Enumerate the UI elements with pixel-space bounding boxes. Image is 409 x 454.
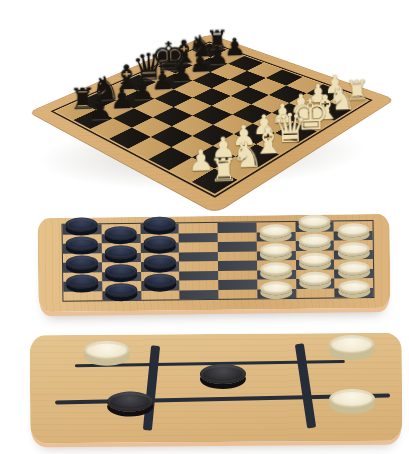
navy-checker bbox=[144, 254, 176, 268]
checkers-square-r4c6 bbox=[257, 251, 296, 261]
checkers-square-r3c1 bbox=[63, 243, 102, 253]
tictactoe-vertical-line-left bbox=[143, 345, 160, 430]
checkers-square-r7c1 bbox=[63, 281, 102, 291]
checkers-square-r4c4 bbox=[179, 251, 218, 261]
navy-checker bbox=[105, 226, 137, 240]
checkers-square-r6c4 bbox=[179, 270, 218, 280]
tictactoe-vertical-line-right bbox=[295, 343, 316, 428]
checkers-square-r7c7 bbox=[296, 279, 335, 289]
cream-checker bbox=[260, 262, 292, 276]
navy-checker bbox=[66, 217, 98, 231]
checkers-square-r2c2 bbox=[101, 233, 140, 243]
checkers-square-r5c4 bbox=[179, 261, 218, 271]
checkers-grid bbox=[62, 220, 375, 302]
navy-checker bbox=[144, 235, 176, 249]
chess-square-d4 bbox=[192, 106, 232, 125]
cream-checker bbox=[298, 214, 330, 228]
checkers-square-r6c6 bbox=[257, 270, 296, 280]
checkers-square-r2c6 bbox=[256, 232, 295, 242]
checkers-square-r8c2 bbox=[102, 290, 141, 300]
checkers-square-r7c3 bbox=[141, 280, 180, 290]
checkers-square-r8c1 bbox=[63, 291, 102, 301]
checkers-square-r2c4 bbox=[179, 232, 218, 242]
checkers-square-r8c3 bbox=[141, 290, 180, 300]
cream-checker bbox=[299, 252, 331, 266]
checkers-square-r1c5 bbox=[218, 222, 257, 232]
checkers-square-r5c1 bbox=[63, 262, 102, 272]
checkers-square-r4c8 bbox=[334, 250, 373, 260]
checkers-square-r4c2 bbox=[102, 252, 141, 262]
chess-square-a4 bbox=[128, 137, 171, 159]
chess-square-e5 bbox=[192, 88, 230, 105]
navy-checker bbox=[143, 216, 175, 230]
cream-checker bbox=[299, 233, 331, 247]
black-knight: ♞ bbox=[90, 71, 118, 105]
cream-checker bbox=[338, 261, 370, 275]
checkers-square-r8c7 bbox=[296, 288, 335, 298]
checkers-square-r8c5 bbox=[218, 289, 257, 299]
checkers-square-r1c4 bbox=[179, 223, 218, 233]
cream-checker bbox=[337, 242, 369, 256]
checkers-square-r5c3 bbox=[140, 261, 179, 271]
checkers-square-r2c5 bbox=[218, 232, 257, 242]
checkers-square-r3c4 bbox=[179, 242, 218, 252]
cream-disc bbox=[329, 389, 375, 409]
checkers-square-r6c8 bbox=[334, 269, 373, 279]
checkers-square-r3c3 bbox=[140, 242, 179, 252]
navy-checker bbox=[66, 255, 98, 269]
cream-checker bbox=[299, 271, 331, 285]
cream-checker bbox=[260, 224, 292, 238]
checkers-square-r1c7 bbox=[295, 222, 334, 232]
checkers-square-r4c5 bbox=[218, 251, 257, 261]
cream-checker bbox=[338, 280, 370, 294]
checkers-square-r3c7 bbox=[295, 241, 334, 251]
checkers-square-r7c5 bbox=[218, 279, 257, 289]
navy-checker bbox=[105, 264, 137, 278]
checkers-square-r6c2 bbox=[102, 271, 141, 281]
checkers-square-r1c1 bbox=[63, 224, 102, 234]
navy-checker bbox=[105, 245, 137, 259]
chess-scene: ♜♞♝♛♚♝♞♜♟♟♟♟♟♟♟♟♟♟♟♟♟♟♟♟♜♞♝♛♚♝♞♜ bbox=[0, 0, 409, 237]
navy-checker bbox=[67, 274, 99, 288]
checkers-board bbox=[37, 214, 390, 312]
cream-checker bbox=[260, 243, 292, 257]
chess-square-a8: ♜ bbox=[56, 101, 95, 119]
checkers-square-r2c8 bbox=[334, 231, 373, 241]
checkers-square-r1c3 bbox=[140, 223, 179, 233]
cream-checker bbox=[260, 281, 292, 295]
product-photo: ♜♞♝♛♚♝♞♜♟♟♟♟♟♟♟♟♟♟♟♟♟♟♟♟♜♞♝♛♚♝♞♜ bbox=[0, 0, 409, 454]
checkers-square-r8c6 bbox=[257, 289, 296, 299]
checkers-square-r7c4 bbox=[179, 280, 218, 290]
checkers-square-r5c7 bbox=[295, 260, 334, 270]
checkers-square-r5c5 bbox=[218, 260, 257, 270]
checkers-square-r3c5 bbox=[218, 241, 257, 251]
navy-checker bbox=[144, 273, 176, 287]
navy-checker bbox=[105, 283, 137, 297]
checkers-square-r8c4 bbox=[180, 289, 219, 299]
cream-checker bbox=[337, 223, 369, 237]
cream-disc bbox=[84, 341, 130, 361]
black-disc bbox=[200, 364, 246, 384]
tictactoe-board bbox=[30, 333, 403, 444]
white-rook: ♜ bbox=[344, 77, 370, 105]
navy-checker bbox=[66, 236, 98, 250]
chess-board: ♜♞♝♛♚♝♞♜♟♟♟♟♟♟♟♟♟♟♟♟♟♟♟♟♜♞♝♛♚♝♞♜ bbox=[28, 34, 395, 214]
checkers-square-r8c8 bbox=[335, 288, 374, 298]
checkers-square-r6c5 bbox=[218, 270, 257, 280]
cream-disc bbox=[329, 335, 375, 355]
